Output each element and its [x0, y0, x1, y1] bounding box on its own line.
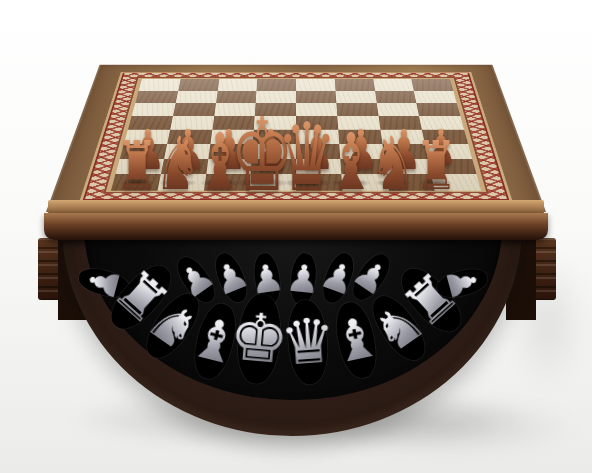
copper-rook[interactable]: ♜ [415, 132, 458, 199]
square-r0-c5[interactable] [334, 79, 374, 91]
square-r1-c6[interactable] [375, 91, 417, 103]
square-r0-c0[interactable] [139, 79, 181, 91]
square-r2-c1[interactable] [173, 103, 216, 116]
square-r2-c6[interactable] [376, 103, 419, 116]
square-r0-c7[interactable] [411, 79, 453, 91]
silver-pawn[interactable]: ♟ [247, 258, 286, 300]
square-r1-c0[interactable] [135, 91, 178, 103]
square-r2-c0[interactable] [132, 103, 176, 116]
square-r0-c2[interactable] [217, 79, 257, 91]
chess-set-photo: ♟♜♟♟♟♟♟♟♜♟♞♝♚♛♝♞ ♟♟♟♟♟♟♟♟♜♞♝♚♛♝♞♜ [0, 0, 592, 473]
copper-rook[interactable]: ♜ [116, 132, 159, 199]
square-r0-c1[interactable] [178, 79, 219, 91]
square-r1-c7[interactable] [414, 91, 457, 103]
copper-knight[interactable]: ♞ [369, 127, 416, 201]
square-r1-c5[interactable] [335, 91, 376, 103]
square-r2-c7[interactable] [417, 103, 461, 116]
square-r2-c5[interactable] [336, 103, 378, 116]
square-r0-c3[interactable] [257, 79, 296, 91]
case-front-molding [44, 213, 548, 240]
square-r1-c1[interactable] [175, 91, 217, 103]
square-r0-c4[interactable] [296, 79, 335, 91]
square-r0-c6[interactable] [373, 79, 414, 91]
square-r1-c4[interactable] [296, 91, 336, 103]
